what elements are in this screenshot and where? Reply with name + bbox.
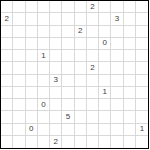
grid-cell[interactable] bbox=[124, 38, 136, 50]
grid-cell[interactable] bbox=[87, 99, 99, 111]
grid-cell[interactable] bbox=[50, 111, 62, 123]
grid-cell[interactable] bbox=[111, 62, 123, 74]
grid-cell[interactable] bbox=[50, 13, 62, 25]
clue-number: 2 bbox=[90, 64, 94, 72]
grid-cell[interactable] bbox=[1, 50, 13, 62]
grid-cell[interactable] bbox=[136, 38, 148, 50]
grid-cell[interactable] bbox=[124, 26, 136, 38]
grid-cell[interactable] bbox=[13, 1, 25, 13]
grid-cell[interactable] bbox=[99, 62, 111, 74]
grid-cell[interactable] bbox=[1, 136, 13, 148]
grid-cell[interactable] bbox=[62, 1, 74, 13]
grid-cell[interactable] bbox=[75, 38, 87, 50]
grid-cell[interactable] bbox=[26, 50, 38, 62]
puzzle-board: 22320123105012 bbox=[0, 0, 149, 149]
grid-cell[interactable] bbox=[136, 26, 148, 38]
grid-cell[interactable] bbox=[1, 87, 13, 99]
grid-cell[interactable] bbox=[99, 1, 111, 13]
clue-number: 0 bbox=[102, 39, 106, 47]
grid-cell[interactable] bbox=[13, 111, 25, 123]
clue-cell[interactable]: 3 bbox=[50, 75, 62, 87]
grid-cell[interactable] bbox=[50, 50, 62, 62]
clue-cell[interactable]: 1 bbox=[38, 50, 50, 62]
grid-cell[interactable] bbox=[124, 50, 136, 62]
grid-cell[interactable] bbox=[75, 50, 87, 62]
grid-cell[interactable] bbox=[136, 13, 148, 25]
clue-number: 3 bbox=[53, 76, 57, 84]
grid-cell[interactable] bbox=[75, 75, 87, 87]
grid-cell[interactable] bbox=[26, 87, 38, 99]
grid-cell[interactable] bbox=[62, 124, 74, 136]
grid-cell[interactable] bbox=[13, 13, 25, 25]
clue-number: 1 bbox=[102, 88, 106, 96]
grid-cell[interactable] bbox=[1, 26, 13, 38]
clue-number: 1 bbox=[140, 125, 144, 133]
grid-cell[interactable] bbox=[124, 99, 136, 111]
grid-cell[interactable] bbox=[38, 38, 50, 50]
grid-cell[interactable] bbox=[50, 87, 62, 99]
clue-cell[interactable]: 2 bbox=[1, 13, 13, 25]
grid-cell[interactable] bbox=[38, 111, 50, 123]
grid-cell[interactable] bbox=[75, 111, 87, 123]
grid-cell[interactable] bbox=[99, 99, 111, 111]
grid-cell[interactable] bbox=[124, 111, 136, 123]
grid-cell[interactable] bbox=[26, 62, 38, 74]
grid-cell[interactable] bbox=[13, 50, 25, 62]
grid-cell[interactable] bbox=[26, 1, 38, 13]
grid-cell[interactable] bbox=[111, 99, 123, 111]
grid-cell[interactable] bbox=[1, 62, 13, 74]
clue-cell[interactable]: 2 bbox=[75, 26, 87, 38]
grid-cell[interactable] bbox=[124, 1, 136, 13]
grid-cell[interactable] bbox=[87, 26, 99, 38]
grid-cell[interactable] bbox=[99, 111, 111, 123]
grid-cell[interactable] bbox=[99, 75, 111, 87]
grid-cell[interactable] bbox=[124, 62, 136, 74]
grid-cell[interactable] bbox=[13, 87, 25, 99]
grid-cell[interactable] bbox=[38, 136, 50, 148]
grid-cell[interactable] bbox=[26, 136, 38, 148]
grid-cell[interactable] bbox=[111, 136, 123, 148]
grid-cell[interactable] bbox=[111, 75, 123, 87]
grid-cell[interactable] bbox=[50, 99, 62, 111]
clue-cell[interactable]: 0 bbox=[38, 99, 50, 111]
grid-cell[interactable] bbox=[136, 111, 148, 123]
grid-cell[interactable] bbox=[38, 124, 50, 136]
grid-cell[interactable] bbox=[50, 62, 62, 74]
grid-cell[interactable] bbox=[136, 75, 148, 87]
grid-cell[interactable] bbox=[75, 124, 87, 136]
grid-cell[interactable] bbox=[99, 26, 111, 38]
grid-cell[interactable] bbox=[62, 87, 74, 99]
grid-cell[interactable] bbox=[75, 1, 87, 13]
clue-number: 5 bbox=[66, 113, 70, 121]
grid-cell[interactable] bbox=[26, 26, 38, 38]
grid-cell[interactable] bbox=[62, 62, 74, 74]
grid-cell[interactable] bbox=[62, 50, 74, 62]
clue-number: 0 bbox=[41, 101, 45, 109]
grid-cell[interactable] bbox=[87, 124, 99, 136]
grid-cell[interactable] bbox=[38, 62, 50, 74]
clue-cell[interactable]: 3 bbox=[111, 13, 123, 25]
grid-cell[interactable] bbox=[99, 136, 111, 148]
grid-cell[interactable] bbox=[62, 99, 74, 111]
grid-cell[interactable] bbox=[1, 124, 13, 136]
grid-cell[interactable] bbox=[124, 75, 136, 87]
grid-cell[interactable] bbox=[111, 38, 123, 50]
grid-cell[interactable] bbox=[13, 99, 25, 111]
grid-cell[interactable] bbox=[99, 124, 111, 136]
grid-cell[interactable] bbox=[50, 1, 62, 13]
grid-cell[interactable] bbox=[1, 99, 13, 111]
grid-cell[interactable] bbox=[38, 87, 50, 99]
grid-cell[interactable] bbox=[13, 75, 25, 87]
grid-cell[interactable] bbox=[87, 38, 99, 50]
grid-cell[interactable] bbox=[124, 13, 136, 25]
grid-cell[interactable] bbox=[13, 62, 25, 74]
grid-cell[interactable] bbox=[62, 13, 74, 25]
grid-cell[interactable] bbox=[111, 50, 123, 62]
grid-cell[interactable] bbox=[87, 136, 99, 148]
grid-cell[interactable] bbox=[38, 1, 50, 13]
grid-cell[interactable] bbox=[136, 50, 148, 62]
clue-cell[interactable]: 0 bbox=[26, 124, 38, 136]
grid-cell[interactable] bbox=[87, 50, 99, 62]
grid-cell[interactable] bbox=[62, 75, 74, 87]
grid-cell[interactable] bbox=[26, 13, 38, 25]
grid-cell[interactable] bbox=[87, 87, 99, 99]
grid-cell[interactable] bbox=[124, 87, 136, 99]
grid-cell[interactable] bbox=[87, 111, 99, 123]
grid-cell[interactable] bbox=[87, 13, 99, 25]
clue-cell[interactable]: 2 bbox=[50, 136, 62, 148]
grid-cell[interactable] bbox=[136, 99, 148, 111]
clue-number: 0 bbox=[29, 125, 33, 133]
grid-cell[interactable] bbox=[75, 62, 87, 74]
grid-cell[interactable] bbox=[111, 111, 123, 123]
grid-cell[interactable] bbox=[50, 26, 62, 38]
grid-cell[interactable] bbox=[26, 99, 38, 111]
clue-number: 2 bbox=[53, 138, 57, 146]
grid-cell[interactable] bbox=[26, 75, 38, 87]
grid-cell[interactable] bbox=[38, 13, 50, 25]
grid-cell[interactable] bbox=[13, 124, 25, 136]
grid-cell[interactable] bbox=[13, 26, 25, 38]
grid-cell[interactable] bbox=[1, 38, 13, 50]
clue-cell[interactable]: 5 bbox=[62, 111, 74, 123]
grid-cell[interactable] bbox=[38, 75, 50, 87]
grid-cell[interactable] bbox=[38, 26, 50, 38]
grid-cell[interactable] bbox=[136, 62, 148, 74]
clue-cell[interactable]: 1 bbox=[136, 124, 148, 136]
grid-cell[interactable] bbox=[26, 38, 38, 50]
clue-number: 1 bbox=[41, 52, 45, 60]
grid-cell[interactable] bbox=[136, 87, 148, 99]
grid-cell[interactable] bbox=[124, 124, 136, 136]
grid-cell[interactable] bbox=[50, 38, 62, 50]
grid-cell[interactable] bbox=[111, 1, 123, 13]
grid-cell[interactable] bbox=[111, 87, 123, 99]
grid-cell[interactable] bbox=[75, 87, 87, 99]
grid-cell[interactable] bbox=[1, 75, 13, 87]
clue-cell[interactable]: 2 bbox=[87, 62, 99, 74]
grid-cell[interactable] bbox=[111, 124, 123, 136]
clue-number: 3 bbox=[115, 15, 119, 23]
grid-cell[interactable] bbox=[13, 38, 25, 50]
grid-cell[interactable] bbox=[136, 136, 148, 148]
grid-cell[interactable] bbox=[26, 111, 38, 123]
grid-cell[interactable] bbox=[124, 136, 136, 148]
grid-cell[interactable] bbox=[111, 26, 123, 38]
grid-cell[interactable] bbox=[50, 124, 62, 136]
grid-cell[interactable] bbox=[13, 136, 25, 148]
grid-cell[interactable] bbox=[75, 99, 87, 111]
grid-cell[interactable] bbox=[62, 136, 74, 148]
clue-cell[interactable]: 0 bbox=[99, 38, 111, 50]
grid-cell[interactable] bbox=[1, 1, 13, 13]
grid-cell[interactable] bbox=[75, 13, 87, 25]
grid-cell[interactable] bbox=[62, 26, 74, 38]
clue-cell[interactable]: 1 bbox=[99, 87, 111, 99]
grid-cell[interactable] bbox=[75, 136, 87, 148]
clue-number: 2 bbox=[78, 27, 82, 35]
clue-cell[interactable]: 2 bbox=[87, 1, 99, 13]
grid-cell[interactable] bbox=[136, 1, 148, 13]
grid-cell[interactable] bbox=[1, 111, 13, 123]
grid-cell[interactable] bbox=[99, 13, 111, 25]
grid-cell[interactable] bbox=[99, 50, 111, 62]
grid-cell[interactable] bbox=[87, 75, 99, 87]
grid-cell[interactable] bbox=[62, 38, 74, 50]
clue-number: 2 bbox=[4, 15, 8, 23]
clue-number: 2 bbox=[90, 3, 94, 11]
